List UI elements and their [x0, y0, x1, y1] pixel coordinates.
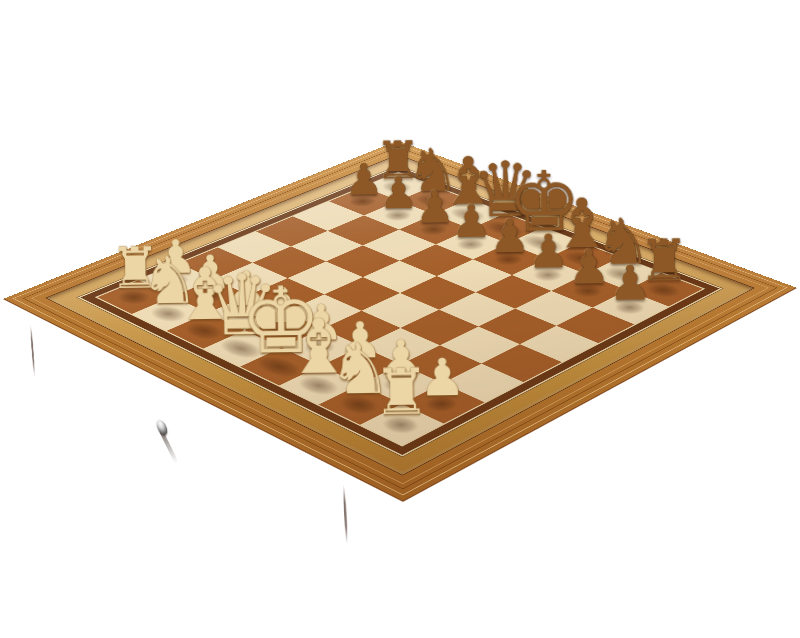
white-rook-icon: ♜ [359, 360, 445, 425]
drawer-knob[interactable] [157, 418, 168, 437]
drawer-seam-right [343, 485, 349, 545]
product-photo-scene: ♜♞♝♛♚♝♞♜♟♟♟♟♟♟♟♟♟♟♟♟♟♟♟♟♜♞♝♛♚♝♞♜ [0, 0, 800, 638]
black-pawn-icon: ♟ [591, 259, 669, 308]
chess-box: ♜♞♝♛♚♝♞♜♟♟♟♟♟♟♟♟♟♟♟♟♟♟♟♟♜♞♝♛♚♝♞♜ [4, 141, 796, 501]
knob-shadow [159, 429, 178, 463]
drawer-seam-left [30, 324, 36, 377]
